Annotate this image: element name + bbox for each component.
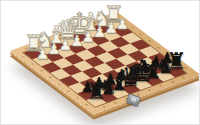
product-photo-frame: aabbccddeeffgghh1122334455667788 ♜♞♝♛♚♝♞… xyxy=(0,0,200,125)
rank-label: 4 xyxy=(148,40,153,43)
file-label: e xyxy=(147,89,152,92)
file-label: f xyxy=(159,85,163,87)
rank-label: 2 xyxy=(130,26,135,29)
file-label: h xyxy=(182,76,187,79)
rank-label: 2 xyxy=(31,63,36,66)
rank-label: 3 xyxy=(139,33,144,36)
file-label: g xyxy=(170,81,175,84)
rank-label: 8 xyxy=(84,104,89,107)
rank-label: 6 xyxy=(67,90,72,93)
rank-label: 4 xyxy=(49,77,54,80)
white-pawn[interactable]: ♟ xyxy=(36,47,49,62)
rank-label: 5 xyxy=(58,83,63,86)
rank-label: 3 xyxy=(40,70,45,73)
file-label: b xyxy=(113,102,118,105)
file-label: a xyxy=(102,106,106,109)
black-rook[interactable]: ♜ xyxy=(86,80,107,103)
rank-label: 1 xyxy=(22,56,27,59)
rank-label: 7 xyxy=(76,97,81,100)
